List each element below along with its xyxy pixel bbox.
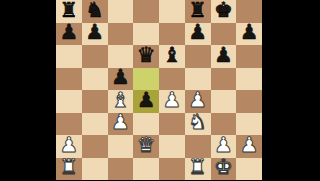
square-f7[interactable]: ♟ — [185, 23, 211, 46]
square-h8[interactable] — [236, 0, 262, 23]
square-h5[interactable] — [236, 68, 262, 91]
white-pawn[interactable]: ♟ — [111, 113, 130, 134]
white-king[interactable]: ♚ — [214, 158, 233, 179]
square-g4[interactable] — [211, 90, 237, 113]
black-pawn[interactable]: ♟ — [188, 23, 207, 44]
square-f2[interactable] — [185, 135, 211, 158]
white-rook[interactable]: ♜ — [188, 158, 207, 179]
square-d7[interactable] — [133, 23, 159, 46]
black-knight[interactable]: ♞ — [85, 0, 104, 21]
square-b2[interactable] — [82, 135, 108, 158]
square-f3[interactable]: ♞ — [185, 113, 211, 136]
black-pawn[interactable]: ♟ — [240, 23, 259, 44]
white-pawn[interactable]: ♟ — [59, 135, 78, 156]
white-rook[interactable]: ♜ — [59, 158, 78, 179]
black-queen[interactable]: ♛ — [137, 45, 156, 66]
square-g3[interactable] — [211, 113, 237, 136]
square-a2[interactable]: ♟ — [56, 135, 82, 158]
black-pawn[interactable]: ♟ — [59, 23, 78, 44]
square-b8[interactable]: ♞ — [82, 0, 108, 23]
white-pawn[interactable]: ♟ — [188, 90, 207, 111]
square-g5[interactable] — [211, 68, 237, 91]
square-c1[interactable] — [108, 158, 134, 181]
black-rook[interactable]: ♜ — [188, 0, 207, 21]
square-d6[interactable]: ♛ — [133, 45, 159, 68]
square-d3[interactable] — [133, 113, 159, 136]
square-b4[interactable] — [82, 90, 108, 113]
black-king[interactable]: ♚ — [214, 0, 233, 21]
square-b7[interactable]: ♟ — [82, 23, 108, 46]
square-h7[interactable]: ♟ — [236, 23, 262, 46]
square-c7[interactable] — [108, 23, 134, 46]
square-e8[interactable] — [159, 0, 185, 23]
white-pawn[interactable]: ♟ — [214, 135, 233, 156]
square-f5[interactable] — [185, 68, 211, 91]
square-d4[interactable]: ♟ — [133, 90, 159, 113]
white-pawn[interactable]: ♟ — [240, 135, 259, 156]
white-bishop[interactable]: ♝ — [111, 90, 130, 111]
square-g1[interactable]: ♚ — [211, 158, 237, 181]
letterbox-left — [0, 0, 56, 180]
square-b5[interactable] — [82, 68, 108, 91]
square-f6[interactable] — [185, 45, 211, 68]
black-pawn[interactable]: ♟ — [137, 90, 156, 111]
square-e2[interactable] — [159, 135, 185, 158]
square-c2[interactable] — [108, 135, 134, 158]
black-bishop[interactable]: ♝ — [162, 45, 181, 66]
square-c4[interactable]: ♝ — [108, 90, 134, 113]
square-f8[interactable]: ♜ — [185, 0, 211, 23]
square-h3[interactable] — [236, 113, 262, 136]
square-a6[interactable] — [56, 45, 82, 68]
square-h6[interactable] — [236, 45, 262, 68]
square-e5[interactable] — [159, 68, 185, 91]
square-a5[interactable] — [56, 68, 82, 91]
black-pawn[interactable]: ♟ — [214, 45, 233, 66]
square-c3[interactable]: ♟ — [108, 113, 134, 136]
black-pawn[interactable]: ♟ — [111, 68, 130, 89]
square-f4[interactable]: ♟ — [185, 90, 211, 113]
square-b1[interactable] — [82, 158, 108, 181]
square-b6[interactable] — [82, 45, 108, 68]
square-e4[interactable]: ♟ — [159, 90, 185, 113]
square-c5[interactable]: ♟ — [108, 68, 134, 91]
square-g8[interactable]: ♚ — [211, 0, 237, 23]
square-g7[interactable] — [211, 23, 237, 46]
square-d8[interactable] — [133, 0, 159, 23]
square-a8[interactable]: ♜ — [56, 0, 82, 23]
square-f1[interactable]: ♜ — [185, 158, 211, 181]
letterbox-right — [262, 0, 320, 180]
square-a1[interactable]: ♜ — [56, 158, 82, 181]
square-d2[interactable]: ♛ — [133, 135, 159, 158]
square-e7[interactable] — [159, 23, 185, 46]
black-rook[interactable]: ♜ — [59, 0, 78, 21]
square-h1[interactable] — [236, 158, 262, 181]
square-g2[interactable]: ♟ — [211, 135, 237, 158]
square-c6[interactable] — [108, 45, 134, 68]
white-pawn[interactable]: ♟ — [162, 90, 181, 111]
square-h4[interactable] — [236, 90, 262, 113]
square-c8[interactable] — [108, 0, 134, 23]
chess-board: ♜♞♜♚♟♟♟♟♛♝♟♟♝♟♟♟♟♞♟♛♟♟♜♜♚ — [56, 0, 262, 180]
square-d5[interactable] — [133, 68, 159, 91]
square-b3[interactable] — [82, 113, 108, 136]
square-a3[interactable] — [56, 113, 82, 136]
square-h2[interactable]: ♟ — [236, 135, 262, 158]
square-a4[interactable] — [56, 90, 82, 113]
square-d1[interactable] — [133, 158, 159, 181]
square-g6[interactable]: ♟ — [211, 45, 237, 68]
square-e3[interactable] — [159, 113, 185, 136]
square-e6[interactable]: ♝ — [159, 45, 185, 68]
white-knight[interactable]: ♞ — [188, 113, 207, 134]
square-a7[interactable]: ♟ — [56, 23, 82, 46]
white-queen[interactable]: ♛ — [137, 135, 156, 156]
square-e1[interactable] — [159, 158, 185, 181]
black-pawn[interactable]: ♟ — [85, 23, 104, 44]
